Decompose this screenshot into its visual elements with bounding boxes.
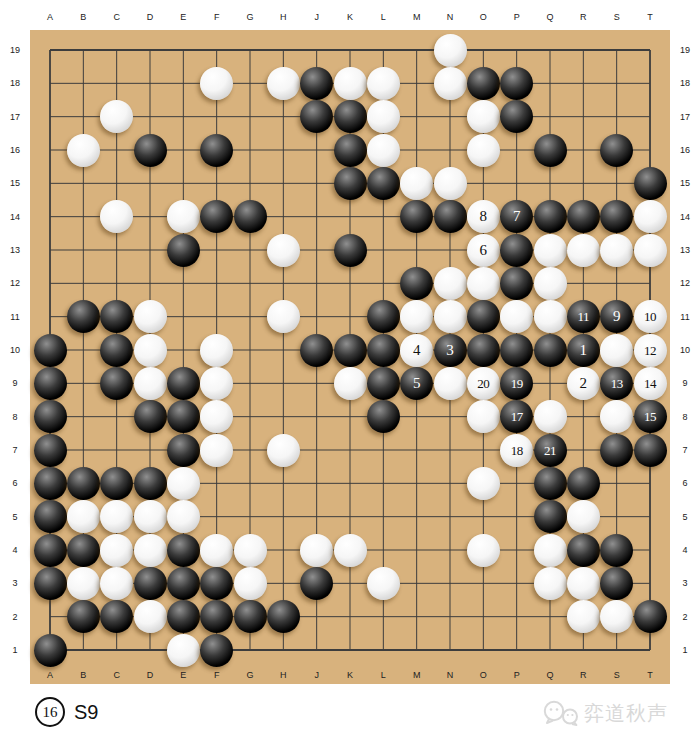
stone-Q7-black: 21 [534,434,567,467]
stone-O8-white [467,400,500,433]
stone-N14-black [434,200,467,233]
stone-T10-white: 12 [634,334,667,367]
col-label-top-R: R [580,13,587,22]
col-label-top-H: H [280,13,287,22]
row-label-right-9: 9 [682,379,687,388]
col-label-top-M: M [413,13,421,22]
row-label-right-15: 15 [680,179,690,188]
stone-L15-black [367,167,400,200]
col-label-bottom-N: N [447,671,454,680]
col-label-bottom-H: H [280,671,287,680]
stone-R4-black [567,534,600,567]
stone-J18-black [300,67,333,100]
col-label-top-D: D [147,13,154,22]
stone-N10-black: 3 [434,334,467,367]
col-label-bottom-C: C [113,671,120,680]
col-label-bottom-G: G [246,671,253,680]
stone-A10-black [34,334,67,367]
stone-C6-black [100,467,133,500]
stone-F1-black [200,634,233,667]
row-label-right-13: 13 [680,246,690,255]
stone-P13-black [500,234,533,267]
stone-H18-white [267,67,300,100]
col-label-top-B: B [80,13,86,22]
move-number-2: 2 [580,376,588,391]
move-number-10: 10 [644,310,656,323]
col-label-top-N: N [447,13,454,22]
move-number-14: 14 [644,377,656,390]
row-label-left-10: 10 [10,346,20,355]
stone-T15-black [634,167,667,200]
col-label-top-F: F [214,13,220,22]
row-label-right-14: 14 [680,212,690,221]
stone-O11-black [467,300,500,333]
stone-H7-white [267,434,300,467]
stone-H13-white [267,234,300,267]
stone-F16-black [200,134,233,167]
col-label-bottom-F: F [214,671,220,680]
stone-S13-white [600,234,633,267]
stone-D6-black [134,467,167,500]
stone-L18-white [367,67,400,100]
stone-C3-white [100,567,133,600]
stone-F3-black [200,567,233,600]
stone-N18-white [434,67,467,100]
col-label-bottom-R: R [580,671,587,680]
row-label-left-16: 16 [10,146,20,155]
row-label-right-7: 7 [682,446,687,455]
stone-J3-black [300,567,333,600]
stone-G2-black [234,600,267,633]
col-label-top-P: P [514,13,520,22]
stone-M10-white: 4 [400,334,433,367]
move-number-5: 5 [413,376,421,391]
move-number-7: 7 [513,209,521,224]
stone-B5-white [67,500,100,533]
row-label-left-1: 1 [12,646,17,655]
stone-R6-black [567,467,600,500]
row-label-right-12: 12 [680,279,690,288]
stone-T9-white: 14 [634,367,667,400]
col-label-bottom-J: J [314,671,319,680]
move-number-17: 17 [511,410,523,423]
col-label-top-J: J [314,13,319,22]
stone-O16-white [467,134,500,167]
stone-F10-white [200,334,233,367]
col-label-top-Q: Q [546,13,553,22]
col-label-top-G: G [246,13,253,22]
row-label-right-19: 19 [680,46,690,55]
stone-Q3-white [534,567,567,600]
row-label-left-12: 12 [10,279,20,288]
move-number-15: 15 [644,410,656,423]
stone-K13-black [334,234,367,267]
stone-E13-black [167,234,200,267]
col-label-top-S: S [614,13,620,22]
stone-C10-black [100,334,133,367]
stone-A7-black [34,434,67,467]
stone-T13-white [634,234,667,267]
row-label-right-6: 6 [682,479,687,488]
stone-G4-white [234,534,267,567]
stone-R14-black [567,200,600,233]
stone-N12-white [434,267,467,300]
col-label-bottom-B: B [80,671,86,680]
caption-move-stone: 16 [35,697,65,727]
stone-K17-black [334,100,367,133]
stone-P10-black [500,334,533,367]
stone-A6-black [34,467,67,500]
stone-R13-white [567,234,600,267]
stone-Q8-white [534,400,567,433]
stone-F4-white [200,534,233,567]
stone-B16-white [67,134,100,167]
stone-O10-black [467,334,500,367]
stone-F7-white [200,434,233,467]
stone-L10-black [367,334,400,367]
row-label-right-10: 10 [680,346,690,355]
stone-A5-black [34,500,67,533]
stone-D11-white [134,300,167,333]
stone-A4-black [34,534,67,567]
wechat-chat-bubbles-icon [542,700,579,726]
stone-B2-black [67,600,100,633]
move-number-13: 13 [611,377,623,390]
stone-N9-white [434,367,467,400]
caption-location-label: S9 [74,701,98,724]
stone-S9-black: 13 [600,367,633,400]
stone-N15-white [434,167,467,200]
stone-Q12-white [534,267,567,300]
stone-D16-black [134,134,167,167]
row-label-left-13: 13 [10,246,20,255]
stone-R3-white [567,567,600,600]
row-label-left-5: 5 [12,512,17,521]
stone-R2-white [567,600,600,633]
stone-C4-white [100,534,133,567]
stone-N19-white [434,34,467,67]
row-label-left-9: 9 [12,379,17,388]
stone-P9-black: 19 [500,367,533,400]
stone-T14-white [634,200,667,233]
stone-P7-white: 18 [500,434,533,467]
stone-E8-black [167,400,200,433]
stone-D9-white [134,367,167,400]
stone-O9-white: 20 [467,367,500,400]
row-label-left-18: 18 [10,79,20,88]
col-label-bottom-L: L [381,671,386,680]
move-number-21: 21 [544,444,556,457]
stone-K9-white [334,367,367,400]
stone-Q10-black [534,334,567,367]
stone-G3-white [234,567,267,600]
move-number-8: 8 [480,209,488,224]
row-label-right-3: 3 [682,579,687,588]
watermark-text: 弈道秋声 [584,703,668,723]
page: 16 S9 弈道秋声 AABBCCDDEEFFGGHHJJKKLLMMNNOOP… [0,0,700,749]
stone-A1-black [34,634,67,667]
col-label-bottom-O: O [480,671,487,680]
move-number-20: 20 [477,377,489,390]
row-label-left-14: 14 [10,212,20,221]
col-label-top-T: T [647,13,653,22]
stone-Q14-black [534,200,567,233]
stone-L3-white [367,567,400,600]
stone-T2-black [634,600,667,633]
move-number-4: 4 [413,343,421,358]
col-label-bottom-Q: Q [546,671,553,680]
stone-M15-white [400,167,433,200]
stone-F18-white [200,67,233,100]
stone-K10-black [334,334,367,367]
stone-Q6-black [534,467,567,500]
stone-E5-white [167,500,200,533]
stone-L9-black [367,367,400,400]
stone-D2-white [134,600,167,633]
row-label-left-2: 2 [12,612,17,621]
stone-E2-black [167,600,200,633]
move-number-3: 3 [446,343,454,358]
stone-S3-black [600,567,633,600]
stone-K15-black [334,167,367,200]
stone-D5-white [134,500,167,533]
stone-R10-black: 1 [567,334,600,367]
stone-E14-white [167,200,200,233]
stone-L11-black [367,300,400,333]
stone-Q16-black [534,134,567,167]
row-label-right-16: 16 [680,146,690,155]
watermark: 弈道秋声 [542,700,668,726]
row-label-left-4: 4 [12,546,17,555]
stone-T8-black: 15 [634,400,667,433]
row-label-right-2: 2 [682,612,687,621]
col-label-top-K: K [347,13,353,22]
move-number-19: 19 [511,377,523,390]
row-label-right-17: 17 [680,112,690,121]
stone-B6-black [67,467,100,500]
col-label-top-O: O [480,13,487,22]
stone-C9-black [100,367,133,400]
stone-O6-white [467,467,500,500]
stone-Q13-white [534,234,567,267]
row-label-right-1: 1 [682,646,687,655]
stone-D10-white [134,334,167,367]
row-label-left-19: 19 [10,46,20,55]
row-label-right-18: 18 [680,79,690,88]
col-label-bottom-T: T [647,671,653,680]
stone-Q4-white [534,534,567,567]
stone-O12-white [467,267,500,300]
stone-G14-black [234,200,267,233]
move-number-1: 1 [580,343,588,358]
col-label-bottom-S: S [614,671,620,680]
stone-O13-white: 6 [467,234,500,267]
stone-E9-black [167,367,200,400]
stone-M12-black [400,267,433,300]
move-number-11: 11 [578,310,590,323]
stone-L8-black [367,400,400,433]
stone-M9-black: 5 [400,367,433,400]
stone-J4-white [300,534,333,567]
stone-E7-black [167,434,200,467]
stone-K4-white [334,534,367,567]
row-label-right-4: 4 [682,546,687,555]
stone-A3-black [34,567,67,600]
stone-B3-white [67,567,100,600]
row-label-right-5: 5 [682,512,687,521]
stone-K18-white [334,67,367,100]
stone-D3-black [134,567,167,600]
stone-Q11-white [534,300,567,333]
row-label-left-11: 11 [10,312,19,321]
stone-L17-white [367,100,400,133]
stone-A8-black [34,400,67,433]
stone-B11-black [67,300,100,333]
stone-E3-black [167,567,200,600]
stone-J10-black [300,334,333,367]
stone-Q5-black [534,500,567,533]
col-label-bottom-P: P [514,671,520,680]
col-label-bottom-K: K [347,671,353,680]
stone-S10-white [600,334,633,367]
move-number-6: 6 [480,243,488,258]
row-label-right-11: 11 [680,312,689,321]
stone-S16-black [600,134,633,167]
stone-S7-black [600,434,633,467]
move-number-18: 18 [511,444,523,457]
stone-O4-white [467,534,500,567]
stone-D8-black [134,400,167,433]
col-label-bottom-M: M [413,671,421,680]
stone-E6-white [167,467,200,500]
row-label-left-17: 17 [10,112,20,121]
stone-K16-black [334,134,367,167]
stone-E1-white [167,634,200,667]
stone-E4-black [167,534,200,567]
stone-T11-white: 10 [634,300,667,333]
stone-R9-white: 2 [567,367,600,400]
stone-H2-black [267,600,300,633]
move-number-12: 12 [644,344,656,357]
stone-F9-white [200,367,233,400]
col-label-top-E: E [180,13,186,22]
stone-R11-black: 11 [567,300,600,333]
col-label-top-C: C [113,13,120,22]
stone-P18-black [500,67,533,100]
move-number-9: 9 [613,309,621,324]
col-label-bottom-A: A [47,671,53,680]
col-label-bottom-D: D [147,671,154,680]
row-label-left-8: 8 [12,412,17,421]
caption-move-number: 16 [43,704,58,721]
stone-N11-white [434,300,467,333]
stone-H11-white [267,300,300,333]
stone-D4-white [134,534,167,567]
row-label-right-8: 8 [682,412,687,421]
stone-T7-black [634,434,667,467]
col-label-top-L: L [381,13,386,22]
stone-R5-white [567,500,600,533]
row-label-left-15: 15 [10,179,20,188]
stone-P12-black [500,267,533,300]
stone-S4-black [600,534,633,567]
stone-O17-white [467,100,500,133]
stone-B4-black [67,534,100,567]
stone-A9-black [34,367,67,400]
row-label-left-7: 7 [12,446,17,455]
stone-O14-white: 8 [467,200,500,233]
col-label-top-A: A [47,13,53,22]
stone-L16-white [367,134,400,167]
col-label-bottom-E: E [180,671,186,680]
row-label-left-6: 6 [12,479,17,488]
row-label-left-3: 3 [12,579,17,588]
stone-O18-black [467,67,500,100]
